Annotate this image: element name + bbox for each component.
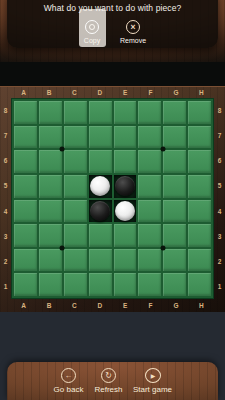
cell-g3[interactable] xyxy=(163,224,186,247)
cell-b6[interactable] xyxy=(39,150,62,173)
cell-e2[interactable] xyxy=(114,249,137,272)
cell-e3[interactable] xyxy=(114,224,137,247)
cell-b7[interactable] xyxy=(39,126,62,149)
cell-d7[interactable] xyxy=(89,126,112,149)
cell-a2[interactable] xyxy=(14,249,37,272)
black-disc[interactable] xyxy=(115,176,135,196)
cell-b5[interactable] xyxy=(39,175,62,198)
cell-b3[interactable] xyxy=(39,224,62,247)
cell-e7[interactable] xyxy=(114,126,137,149)
cell-a5[interactable] xyxy=(14,175,37,198)
cell-a8[interactable] xyxy=(14,101,37,124)
row-label-4: 4 xyxy=(0,199,11,224)
cell-h5[interactable] xyxy=(188,175,211,198)
col-label-g: G xyxy=(163,87,188,98)
cell-d5[interactable] xyxy=(89,175,112,198)
cell-g7[interactable] xyxy=(163,126,186,149)
col-label-e: E xyxy=(113,87,138,98)
start-game-button[interactable]: ▶ Start game xyxy=(131,368,175,394)
column-labels-top: ABCDEFGH xyxy=(11,87,214,98)
cell-h1[interactable] xyxy=(188,273,211,296)
remove-button-label: Remove xyxy=(120,37,146,44)
cell-a7[interactable] xyxy=(14,126,37,149)
col-label-f: F xyxy=(138,87,163,98)
back-arrow-icon: ← xyxy=(61,368,76,383)
cell-h8[interactable] xyxy=(188,101,211,124)
row-label-2: 2 xyxy=(0,249,11,274)
refresh-button[interactable]: ↻ Refresh xyxy=(91,368,127,394)
column-labels-bottom: ABCDEFGH xyxy=(11,299,214,312)
row-label-2: 2 xyxy=(214,249,225,274)
cell-f3[interactable] xyxy=(138,224,161,247)
cell-c4[interactable] xyxy=(64,200,87,223)
col-label-a: A xyxy=(11,299,36,312)
refresh-label: Refresh xyxy=(94,385,122,394)
cell-d8[interactable] xyxy=(89,101,112,124)
row-label-6: 6 xyxy=(214,148,225,173)
col-label-h: H xyxy=(189,299,214,312)
cell-c6[interactable] xyxy=(64,150,87,173)
row-label-8: 8 xyxy=(0,98,11,123)
row-labels-right: 87654321 xyxy=(214,98,225,299)
cell-f7[interactable] xyxy=(138,126,161,149)
col-label-h: H xyxy=(189,87,214,98)
cell-g6[interactable] xyxy=(163,150,186,173)
cell-f5[interactable] xyxy=(138,175,161,198)
circle-x-icon: × xyxy=(126,20,140,34)
cell-e5[interactable] xyxy=(114,175,137,198)
cell-a6[interactable] xyxy=(14,150,37,173)
cell-h6[interactable] xyxy=(188,150,211,173)
row-label-5: 5 xyxy=(214,173,225,198)
cell-c7[interactable] xyxy=(64,126,87,149)
cell-a3[interactable] xyxy=(14,224,37,247)
row-label-3: 3 xyxy=(214,224,225,249)
row-label-5: 5 xyxy=(0,173,11,198)
cell-h4[interactable] xyxy=(188,200,211,223)
cell-c3[interactable] xyxy=(64,224,87,247)
cell-c8[interactable] xyxy=(64,101,87,124)
piece-action-dialog: What do you want to do with piece? Copy … xyxy=(7,0,218,48)
cell-h7[interactable] xyxy=(188,126,211,149)
cell-e6[interactable] xyxy=(114,150,137,173)
go-back-button[interactable]: ← Go back xyxy=(51,368,87,394)
board-grid xyxy=(11,98,214,299)
col-label-b: B xyxy=(36,299,61,312)
row-label-1: 1 xyxy=(0,274,11,299)
col-label-b: B xyxy=(36,87,61,98)
row-label-7: 7 xyxy=(0,123,11,148)
col-label-c: C xyxy=(62,87,87,98)
cell-a1[interactable] xyxy=(14,273,37,296)
cell-h3[interactable] xyxy=(188,224,211,247)
cell-d1[interactable] xyxy=(89,273,112,296)
cell-e8[interactable] xyxy=(114,101,137,124)
cell-h2[interactable] xyxy=(188,249,211,272)
row-label-4: 4 xyxy=(214,199,225,224)
cell-g5[interactable] xyxy=(163,175,186,198)
col-label-c: C xyxy=(62,299,87,312)
cell-e4[interactable] xyxy=(114,200,137,223)
col-label-d: D xyxy=(87,87,112,98)
cell-g1[interactable] xyxy=(163,273,186,296)
cell-f1[interactable] xyxy=(138,273,161,296)
cell-d6[interactable] xyxy=(89,150,112,173)
othello-board: ABCDEFGH ABCDEFGH 87654321 87654321 xyxy=(0,86,225,312)
play-icon: ▶ xyxy=(145,368,161,383)
col-label-a: A xyxy=(11,87,36,98)
copy-button-label: Copy xyxy=(84,37,100,44)
col-label-f: F xyxy=(138,299,163,312)
row-label-6: 6 xyxy=(0,148,11,173)
black-disc[interactable] xyxy=(90,201,110,221)
cell-f8[interactable] xyxy=(138,101,161,124)
col-label-e: E xyxy=(113,299,138,312)
cell-g2[interactable] xyxy=(163,249,186,272)
white-disc[interactable] xyxy=(90,176,110,196)
refresh-icon: ↻ xyxy=(101,368,116,383)
copy-button[interactable]: Copy xyxy=(79,9,106,47)
go-back-label: Go back xyxy=(54,385,84,394)
cell-d4[interactable] xyxy=(89,200,112,223)
cell-d3[interactable] xyxy=(89,224,112,247)
bottom-toolbar: ← Go back ↻ Refresh ▶ Start game xyxy=(7,362,218,400)
cell-b4[interactable] xyxy=(39,200,62,223)
disc-copy-icon xyxy=(85,20,99,34)
cell-f4[interactable] xyxy=(138,200,161,223)
cell-c5[interactable] xyxy=(64,175,87,198)
cell-f6[interactable] xyxy=(138,150,161,173)
cell-f2[interactable] xyxy=(138,249,161,272)
cell-g4[interactable] xyxy=(163,200,186,223)
cell-c2[interactable] xyxy=(64,249,87,272)
row-labels-left: 87654321 xyxy=(0,98,11,299)
cell-d2[interactable] xyxy=(89,249,112,272)
row-label-7: 7 xyxy=(214,123,225,148)
white-disc[interactable] xyxy=(115,201,135,221)
cell-a4[interactable] xyxy=(14,200,37,223)
cell-g8[interactable] xyxy=(163,101,186,124)
cell-b2[interactable] xyxy=(39,249,62,272)
row-label-8: 8 xyxy=(214,98,225,123)
col-label-g: G xyxy=(163,299,188,312)
col-label-d: D xyxy=(87,299,112,312)
row-label-3: 3 xyxy=(0,224,11,249)
cell-e1[interactable] xyxy=(114,273,137,296)
row-label-1: 1 xyxy=(214,274,225,299)
cell-c1[interactable] xyxy=(64,273,87,296)
cell-b8[interactable] xyxy=(39,101,62,124)
remove-button[interactable]: × Remove xyxy=(120,9,147,47)
cell-b1[interactable] xyxy=(39,273,62,296)
start-game-label: Start game xyxy=(133,385,172,394)
dialog-buttons: Copy × Remove xyxy=(7,9,218,47)
